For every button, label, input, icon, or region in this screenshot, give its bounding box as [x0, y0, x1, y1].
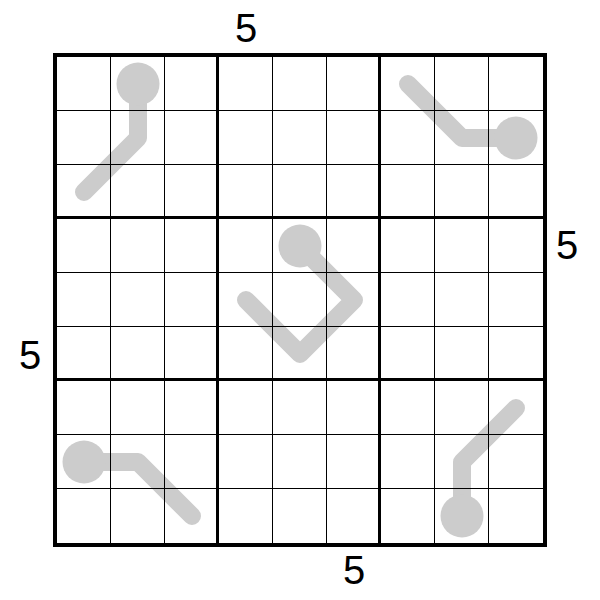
cell-r5c4[interactable] — [219, 273, 273, 327]
cell-r1c4[interactable] — [219, 57, 273, 111]
cell-r8c3[interactable] — [165, 435, 219, 489]
cell-r4c3[interactable] — [165, 219, 219, 273]
cell-r8c5[interactable] — [273, 435, 327, 489]
cell-r6c1[interactable] — [57, 327, 111, 381]
cell-r7c8[interactable] — [435, 381, 489, 435]
cell-r1c3[interactable] — [165, 57, 219, 111]
cell-r4c8[interactable] — [435, 219, 489, 273]
outside-clue-top: 5 — [235, 8, 257, 48]
cell-r3c7[interactable] — [381, 165, 435, 219]
cell-r5c2[interactable] — [111, 273, 165, 327]
cell-r7c1[interactable] — [57, 381, 111, 435]
cell-r6c7[interactable] — [381, 327, 435, 381]
cell-r6c9[interactable] — [489, 327, 543, 381]
cell-r4c1[interactable] — [57, 219, 111, 273]
cell-r5c1[interactable] — [57, 273, 111, 327]
puzzle-page: 5 5 5 5 — [0, 0, 600, 600]
cell-r1c8[interactable] — [435, 57, 489, 111]
cell-r3c6[interactable] — [327, 165, 381, 219]
cell-r9c3[interactable] — [165, 489, 219, 543]
cell-r9c1[interactable] — [57, 489, 111, 543]
sudoku-board — [53, 53, 547, 547]
outside-clue-bottom: 5 — [343, 550, 365, 590]
cell-r3c8[interactable] — [435, 165, 489, 219]
cell-r6c5[interactable] — [273, 327, 327, 381]
cell-r2c9[interactable] — [489, 111, 543, 165]
cell-r9c5[interactable] — [273, 489, 327, 543]
sudoku-grid — [57, 57, 543, 543]
cell-r6c2[interactable] — [111, 327, 165, 381]
cell-r7c6[interactable] — [327, 381, 381, 435]
cell-r7c2[interactable] — [111, 381, 165, 435]
cell-r3c5[interactable] — [273, 165, 327, 219]
cell-r7c7[interactable] — [381, 381, 435, 435]
cell-r2c4[interactable] — [219, 111, 273, 165]
cell-r7c3[interactable] — [165, 381, 219, 435]
cell-r2c3[interactable] — [165, 111, 219, 165]
cell-r6c6[interactable] — [327, 327, 381, 381]
cell-r4c5[interactable] — [273, 219, 327, 273]
cell-r8c8[interactable] — [435, 435, 489, 489]
cell-r2c8[interactable] — [435, 111, 489, 165]
cell-r1c7[interactable] — [381, 57, 435, 111]
cell-r2c1[interactable] — [57, 111, 111, 165]
cell-r8c7[interactable] — [381, 435, 435, 489]
cell-r7c5[interactable] — [273, 381, 327, 435]
cell-r6c8[interactable] — [435, 327, 489, 381]
cell-r4c4[interactable] — [219, 219, 273, 273]
cell-r6c4[interactable] — [219, 327, 273, 381]
cell-r4c6[interactable] — [327, 219, 381, 273]
cell-r9c7[interactable] — [381, 489, 435, 543]
cell-r4c2[interactable] — [111, 219, 165, 273]
outside-clue-right: 5 — [556, 225, 578, 265]
cell-r3c3[interactable] — [165, 165, 219, 219]
cell-r5c3[interactable] — [165, 273, 219, 327]
cell-r9c8[interactable] — [435, 489, 489, 543]
cell-r7c9[interactable] — [489, 381, 543, 435]
cell-r3c9[interactable] — [489, 165, 543, 219]
cell-r5c9[interactable] — [489, 273, 543, 327]
cell-r3c1[interactable] — [57, 165, 111, 219]
outside-clue-left: 5 — [19, 335, 41, 375]
cell-r5c7[interactable] — [381, 273, 435, 327]
cell-r2c2[interactable] — [111, 111, 165, 165]
cell-r8c4[interactable] — [219, 435, 273, 489]
cell-r1c6[interactable] — [327, 57, 381, 111]
cell-r2c7[interactable] — [381, 111, 435, 165]
cell-r8c1[interactable] — [57, 435, 111, 489]
cell-r9c6[interactable] — [327, 489, 381, 543]
cell-r1c5[interactable] — [273, 57, 327, 111]
cell-r9c2[interactable] — [111, 489, 165, 543]
cell-r8c9[interactable] — [489, 435, 543, 489]
cell-r4c9[interactable] — [489, 219, 543, 273]
cell-r1c2[interactable] — [111, 57, 165, 111]
cell-r3c2[interactable] — [111, 165, 165, 219]
cell-r6c3[interactable] — [165, 327, 219, 381]
cell-r9c9[interactable] — [489, 489, 543, 543]
cell-r5c5[interactable] — [273, 273, 327, 327]
cell-r2c5[interactable] — [273, 111, 327, 165]
cell-r1c1[interactable] — [57, 57, 111, 111]
cell-r8c2[interactable] — [111, 435, 165, 489]
cell-r1c9[interactable] — [489, 57, 543, 111]
cell-r7c4[interactable] — [219, 381, 273, 435]
cell-r9c4[interactable] — [219, 489, 273, 543]
cell-r3c4[interactable] — [219, 165, 273, 219]
cell-r8c6[interactable] — [327, 435, 381, 489]
cell-r5c8[interactable] — [435, 273, 489, 327]
cell-r4c7[interactable] — [381, 219, 435, 273]
cell-r2c6[interactable] — [327, 111, 381, 165]
cell-r5c6[interactable] — [327, 273, 381, 327]
